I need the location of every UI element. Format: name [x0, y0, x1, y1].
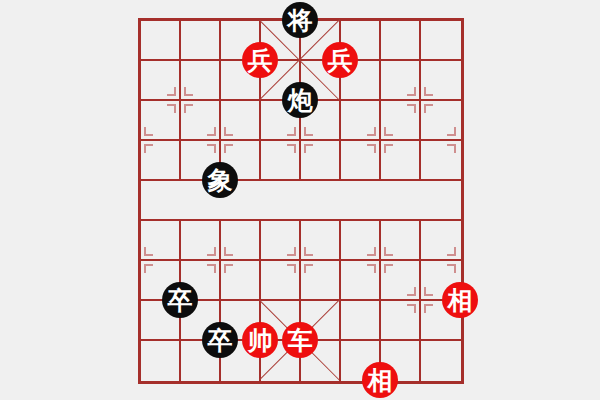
black-elephant[interactable]: 象 [202, 162, 238, 198]
xiangqi-app: 将兵兵炮象卒相卒帅车相 [0, 0, 600, 400]
black-soldier-b[interactable]: 卒 [202, 322, 238, 358]
black-cannon[interactable]: 炮 [282, 82, 318, 118]
pieces-layer: 将兵兵炮象卒相卒帅车相 [140, 20, 460, 380]
red-elephant-left[interactable]: 相 [362, 362, 398, 398]
red-chariot[interactable]: 车 [282, 322, 318, 358]
xiangqi-board: 将兵兵炮象卒相卒帅车相 [140, 20, 460, 380]
red-general[interactable]: 帅 [242, 322, 278, 358]
red-soldier-right[interactable]: 兵 [322, 42, 358, 78]
black-general[interactable]: 将 [282, 2, 318, 38]
black-soldier-a[interactable]: 卒 [162, 282, 198, 318]
red-elephant-right[interactable]: 相 [442, 282, 478, 318]
red-soldier-left[interactable]: 兵 [242, 42, 278, 78]
